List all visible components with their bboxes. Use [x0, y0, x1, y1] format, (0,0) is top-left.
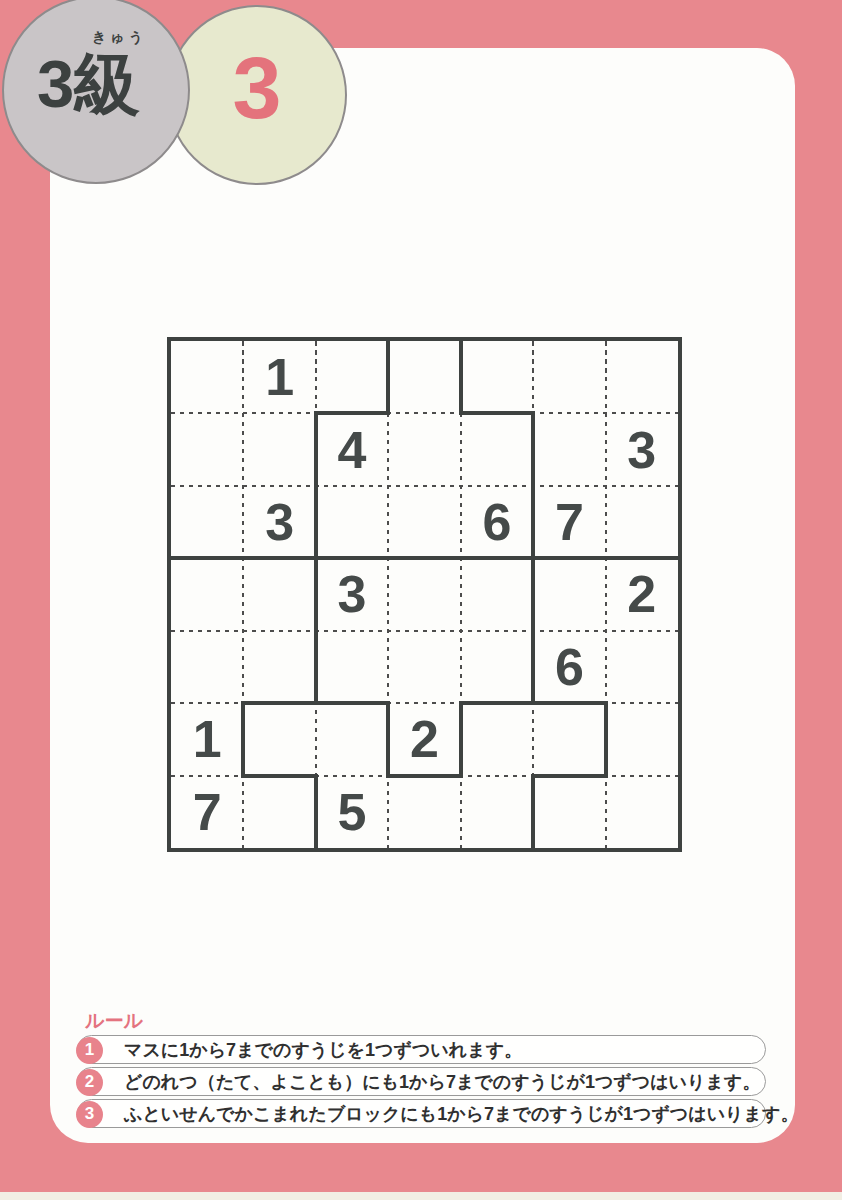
grid-cell-r2c7: 3 [606, 413, 678, 485]
rule-number-badge: 3 [76, 1101, 103, 1128]
grid-cell-r4c2[interactable] [243, 558, 315, 630]
grid-cell-r2c6[interactable] [533, 413, 605, 485]
grid-cell-r1c4[interactable] [388, 341, 460, 413]
grid-cell-r7c2[interactable] [243, 776, 315, 848]
grid-cell-r4c3: 3 [316, 558, 388, 630]
rule-row: 2 どのれつ（たて、よことも）にも1から7までのすうじが1つずつはいります。 [77, 1067, 766, 1096]
grid-cell-r7c1: 7 [171, 776, 243, 848]
grid-cell-r1c5[interactable] [461, 341, 533, 413]
grid-cell-r1c1[interactable] [171, 341, 243, 413]
puzzle-grid: 1433673261275 [167, 337, 682, 852]
grid-cell-r7c4[interactable] [388, 776, 460, 848]
grid-cell-r7c7[interactable] [606, 776, 678, 848]
grid-cells: 1433673261275 [171, 341, 678, 848]
grid-cell-r2c2[interactable] [243, 413, 315, 485]
rule-row: 3 ふといせんでかこまれたブロックにも1から7までのすうじが1つずつはいります。 [77, 1099, 766, 1128]
grid-cell-r6c2[interactable] [243, 703, 315, 775]
grid-cell-r6c6[interactable] [533, 703, 605, 775]
grid-cell-r5c4[interactable] [388, 631, 460, 703]
grid-cell-r4c5[interactable] [461, 558, 533, 630]
grid-cell-r3c5: 6 [461, 486, 533, 558]
grid-cell-r6c1: 1 [171, 703, 243, 775]
rule-row: 1 マスに1から7までのすうじを1つずついれます。 [77, 1035, 766, 1064]
grid-cell-r5c5[interactable] [461, 631, 533, 703]
grid-cell-r6c3[interactable] [316, 703, 388, 775]
grid-cell-r5c1[interactable] [171, 631, 243, 703]
grid-cell-r3c1[interactable] [171, 486, 243, 558]
rule-text: ふといせんでかこまれたブロックにも1から7までのすうじが1つずつはいります。 [124, 1100, 798, 1127]
rule-number-badge: 2 [76, 1069, 103, 1096]
rule-text: どのれつ（たて、よことも）にも1から7までのすうじが1つずつはいります。 [124, 1068, 760, 1095]
grid-cell-r2c1[interactable] [171, 413, 243, 485]
grid-cell-r4c1[interactable] [171, 558, 243, 630]
grid-cell-r2c3: 4 [316, 413, 388, 485]
rules-heading: ルール [85, 1008, 143, 1034]
puzzle-grid-inner: 1433673261275 [171, 341, 678, 848]
scan-edge-strip [0, 1192, 842, 1200]
level-label: 3級 [37, 50, 139, 117]
scanned-puzzle-page: { "header": { "level_number": "3", "leve… [0, 0, 842, 1200]
grid-cell-r1c2: 1 [243, 341, 315, 413]
grid-cell-r2c4[interactable] [388, 413, 460, 485]
problem-number: 3 [233, 44, 282, 132]
grid-cell-r4c7: 2 [606, 558, 678, 630]
grid-cell-r7c5[interactable] [461, 776, 533, 848]
grid-cell-r1c3[interactable] [316, 341, 388, 413]
grid-cell-r3c7[interactable] [606, 486, 678, 558]
grid-cell-r6c4: 2 [388, 703, 460, 775]
grid-cell-r7c6[interactable] [533, 776, 605, 848]
grid-cell-r1c7[interactable] [606, 341, 678, 413]
grid-cell-r1c6[interactable] [533, 341, 605, 413]
level-badge-circle: きゅう 3級 [2, 0, 190, 184]
grid-cell-r5c3[interactable] [316, 631, 388, 703]
grid-cell-r5c2[interactable] [243, 631, 315, 703]
grid-cell-r3c2: 3 [243, 486, 315, 558]
grid-cell-r3c3[interactable] [316, 486, 388, 558]
grid-cell-r6c5[interactable] [461, 703, 533, 775]
grid-cell-r7c3: 5 [316, 776, 388, 848]
grid-cell-r4c4[interactable] [388, 558, 460, 630]
grid-cell-r4c6[interactable] [533, 558, 605, 630]
grid-cell-r2c5[interactable] [461, 413, 533, 485]
grid-cell-r6c7[interactable] [606, 703, 678, 775]
grid-cell-r3c6: 7 [533, 486, 605, 558]
level-furigana: きゅう [92, 29, 147, 47]
problem-number-circle: 3 [167, 5, 347, 185]
grid-cell-r5c6: 6 [533, 631, 605, 703]
rule-text: マスに1から7までのすうじを1つずついれます。 [124, 1036, 522, 1063]
grid-cell-r3c4[interactable] [388, 486, 460, 558]
grid-cell-r5c7[interactable] [606, 631, 678, 703]
rule-number-badge: 1 [76, 1037, 103, 1064]
